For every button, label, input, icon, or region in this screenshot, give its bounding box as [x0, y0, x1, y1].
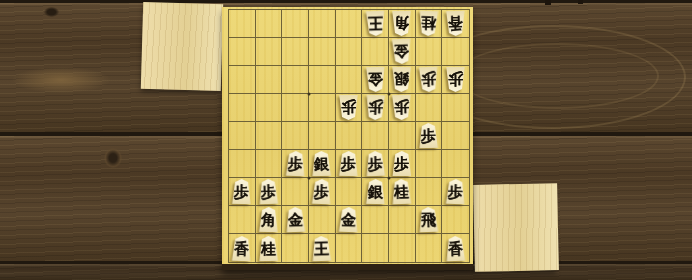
cell-5g[interactable]	[336, 178, 363, 206]
cell-9g[interactable]: 歩	[229, 178, 256, 206]
piece-stand-top-left	[141, 2, 223, 91]
cell-1b[interactable]	[442, 38, 469, 66]
cell-7h[interactable]: 金	[282, 206, 309, 234]
cell-5d[interactable]: 歩	[336, 94, 363, 122]
cell-2g[interactable]	[416, 178, 443, 206]
piece-knight-sente-3g[interactable]: 桂	[391, 179, 413, 205]
cell-6c[interactable]	[309, 66, 336, 94]
piece-glyph: 銀	[311, 151, 332, 176]
cell-4i[interactable]	[362, 234, 389, 262]
piece-lance-gote-1a[interactable]: 香	[445, 11, 466, 36]
cell-9e[interactable]	[229, 122, 256, 150]
piece-pawn-sente-9g[interactable]: 歩	[231, 179, 252, 204]
piece-glyph: 歩	[445, 179, 467, 205]
piece-glyph: 歩	[338, 151, 359, 176]
piece-silver-sente-6f[interactable]: 銀	[311, 151, 332, 176]
cell-5f[interactable]: 歩	[336, 150, 363, 178]
cell-4b[interactable]	[362, 38, 389, 66]
cell-8e[interactable]	[256, 122, 283, 150]
cell-4a[interactable]: 王	[362, 10, 389, 38]
piece-glyph: 飛	[418, 207, 440, 233]
cell-6b[interactable]	[309, 38, 336, 66]
piece-silver-sente-4g[interactable]: 銀	[364, 179, 385, 204]
piece-glyph: 歩	[338, 95, 359, 120]
cell-6h[interactable]	[309, 206, 336, 234]
piece-glyph: 金	[364, 67, 385, 92]
cell-4g[interactable]: 銀	[362, 178, 389, 206]
star-point	[307, 177, 310, 180]
cell-3e[interactable]	[389, 122, 416, 150]
cell-4d[interactable]: 歩	[362, 94, 389, 122]
cell-1h[interactable]	[442, 206, 469, 234]
cell-7b[interactable]	[282, 38, 309, 66]
cell-3g[interactable]: 桂	[389, 178, 416, 206]
cell-7g[interactable]	[282, 178, 309, 206]
piece-glyph: 歩	[364, 95, 386, 121]
piece-glyph: 王	[364, 11, 386, 37]
piece-glyph: 香	[445, 235, 467, 261]
piece-glyph: 歩	[391, 151, 412, 176]
cell-9i[interactable]: 香	[229, 234, 256, 262]
piece-pawn-sente-3f[interactable]: 歩	[391, 151, 412, 176]
piece-glyph: 角	[391, 11, 412, 36]
cell-3c[interactable]: 銀	[389, 66, 416, 94]
cell-7c[interactable]	[282, 66, 309, 94]
piece-glyph: 歩	[445, 67, 466, 92]
cell-1g[interactable]: 歩	[442, 178, 469, 206]
plank-seam	[545, 0, 551, 5]
piece-glyph: 歩	[364, 151, 386, 177]
cell-3b[interactable]: 金	[389, 38, 416, 66]
piece-pawn-gote-5d[interactable]: 歩	[338, 95, 359, 120]
piece-knight-gote-2a[interactable]: 桂	[418, 11, 440, 37]
cell-4h[interactable]	[362, 206, 389, 234]
cell-6e[interactable]	[309, 122, 336, 150]
cell-7e[interactable]	[282, 122, 309, 150]
star-point	[307, 93, 310, 96]
piece-bishop-gote-3a[interactable]: 角	[391, 11, 412, 36]
piece-glyph: 桂	[258, 235, 279, 260]
cell-2b[interactable]	[416, 38, 443, 66]
cell-3f[interactable]: 歩	[389, 150, 416, 178]
piece-gold-sente-5h[interactable]: 金	[338, 207, 360, 233]
cell-7i[interactable]	[282, 234, 309, 262]
piece-glyph: 銀	[364, 179, 385, 204]
cell-2a[interactable]: 桂	[416, 10, 443, 38]
cell-8i[interactable]: 桂	[256, 234, 283, 262]
cell-1e[interactable]	[442, 122, 469, 150]
cell-8b[interactable]	[256, 38, 283, 66]
table-scene: 王角桂香金金銀歩歩歩歩歩歩歩銀歩歩歩歩歩歩銀桂歩角金金飛香桂王香	[0, 0, 692, 280]
piece-pawn-gote-2c[interactable]: 歩	[418, 67, 440, 93]
cell-5i[interactable]	[336, 234, 363, 262]
piece-pawn-sente-1g[interactable]: 歩	[445, 179, 467, 205]
piece-glyph: 王	[311, 235, 333, 261]
cell-1f[interactable]	[442, 150, 469, 178]
piece-glyph: 歩	[418, 67, 440, 93]
cell-5b[interactable]	[336, 38, 363, 66]
cell-8a[interactable]	[256, 10, 283, 38]
cell-9f[interactable]	[229, 150, 256, 178]
piece-pawn-sente-6g[interactable]: 歩	[311, 179, 333, 205]
piece-gold-sente-7h[interactable]: 金	[284, 207, 306, 233]
cell-3d[interactable]: 歩	[389, 94, 416, 122]
piece-pawn-sente-5f[interactable]: 歩	[338, 151, 359, 176]
cell-6d[interactable]	[309, 94, 336, 122]
piece-rook-sente-2h[interactable]: 飛	[418, 207, 440, 233]
piece-pawn-gote-1c[interactable]: 歩	[445, 67, 466, 92]
cell-1i[interactable]: 香	[442, 234, 469, 262]
cell-5a[interactable]	[336, 10, 363, 38]
shogi-board: 王角桂香金金銀歩歩歩歩歩歩歩銀歩歩歩歩歩歩銀桂歩角金金飛香桂王香	[222, 7, 473, 270]
board-grid: 王角桂香金金銀歩歩歩歩歩歩歩銀歩歩歩歩歩歩銀桂歩角金金飛香桂王香	[228, 9, 470, 263]
piece-bishop-sente-8h[interactable]: 角	[258, 207, 279, 232]
piece-glyph: 歩	[311, 179, 333, 205]
piece-pawn-sente-7f[interactable]: 歩	[284, 151, 306, 177]
cell-6a[interactable]	[309, 10, 336, 38]
piece-pawn-sente-4f[interactable]: 歩	[364, 151, 386, 177]
piece-glyph: 桂	[391, 179, 413, 205]
piece-stand-right	[473, 183, 559, 272]
cell-8f[interactable]	[256, 150, 283, 178]
cell-9b[interactable]	[229, 38, 256, 66]
piece-glyph: 香	[231, 235, 253, 261]
cell-2f[interactable]	[416, 150, 443, 178]
piece-pawn-sente-8g[interactable]: 歩	[258, 179, 280, 205]
piece-glyph: 香	[445, 11, 466, 36]
piece-king-gote-4a[interactable]: 王	[364, 11, 386, 37]
piece-pawn-gote-4d[interactable]: 歩	[364, 95, 386, 121]
cell-9d[interactable]	[229, 94, 256, 122]
piece-pawn-sente-2e[interactable]: 歩	[418, 123, 439, 148]
piece-glyph: 金	[338, 207, 360, 233]
cell-4c[interactable]: 金	[362, 66, 389, 94]
cell-6g[interactable]: 歩	[309, 178, 336, 206]
piece-lance-sente-1i[interactable]: 香	[445, 235, 467, 261]
piece-glyph: 角	[258, 207, 279, 232]
cell-3h[interactable]	[389, 206, 416, 234]
cell-2h[interactable]: 飛	[416, 206, 443, 234]
piece-glyph: 歩	[418, 123, 439, 148]
piece-glyph: 銀	[391, 67, 412, 92]
wood-knot-icon	[12, 67, 110, 93]
cell-7f[interactable]: 歩	[282, 150, 309, 178]
cell-1d[interactable]	[442, 94, 469, 122]
cell-5e[interactable]	[336, 122, 363, 150]
cell-1a[interactable]: 香	[442, 10, 469, 38]
piece-glyph: 歩	[258, 179, 280, 205]
piece-pawn-gote-3d[interactable]: 歩	[391, 95, 412, 120]
cell-8d[interactable]	[256, 94, 283, 122]
piece-glyph: 歩	[231, 179, 252, 204]
piece-glyph: 歩	[391, 95, 412, 120]
cell-3i[interactable]	[389, 234, 416, 262]
wood-knot-icon	[44, 7, 59, 17]
cell-8h[interactable]: 角	[256, 206, 283, 234]
piece-glyph: 桂	[418, 11, 440, 37]
cell-2e[interactable]: 歩	[416, 122, 443, 150]
cell-1c[interactable]: 歩	[442, 66, 469, 94]
piece-glyph: 歩	[284, 151, 306, 177]
cell-3a[interactable]: 角	[389, 10, 416, 38]
cell-6i[interactable]: 王	[309, 234, 336, 262]
piece-glyph: 金	[391, 39, 413, 65]
piece-lance-sente-9i[interactable]: 香	[231, 235, 253, 261]
piece-gold-gote-4c[interactable]: 金	[364, 67, 385, 92]
cell-9a[interactable]	[229, 10, 256, 38]
cell-7d[interactable]	[282, 94, 309, 122]
piece-gold-gote-3b[interactable]: 金	[391, 39, 413, 65]
cell-8g[interactable]: 歩	[256, 178, 283, 206]
cell-2c[interactable]: 歩	[416, 66, 443, 94]
cell-4e[interactable]	[362, 122, 389, 150]
wood-grain-swirl	[455, 43, 659, 109]
cell-5h[interactable]: 金	[336, 206, 363, 234]
piece-knight-sente-8i[interactable]: 桂	[258, 235, 279, 260]
cell-7a[interactable]	[282, 10, 309, 38]
cell-2i[interactable]	[416, 234, 443, 262]
cell-6f[interactable]: 銀	[309, 150, 336, 178]
cell-4f[interactable]: 歩	[362, 150, 389, 178]
cell-9h[interactable]	[229, 206, 256, 234]
piece-silver-gote-3c[interactable]: 銀	[391, 67, 412, 92]
cell-5c[interactable]	[336, 66, 363, 94]
cell-2d[interactable]	[416, 94, 443, 122]
piece-glyph: 金	[284, 207, 306, 233]
piece-king-sente-6i[interactable]: 王	[311, 235, 333, 261]
cell-8c[interactable]	[256, 66, 283, 94]
plank-seam	[578, 0, 583, 4]
wood-knot-icon	[104, 148, 122, 168]
cell-9c[interactable]	[229, 66, 256, 94]
